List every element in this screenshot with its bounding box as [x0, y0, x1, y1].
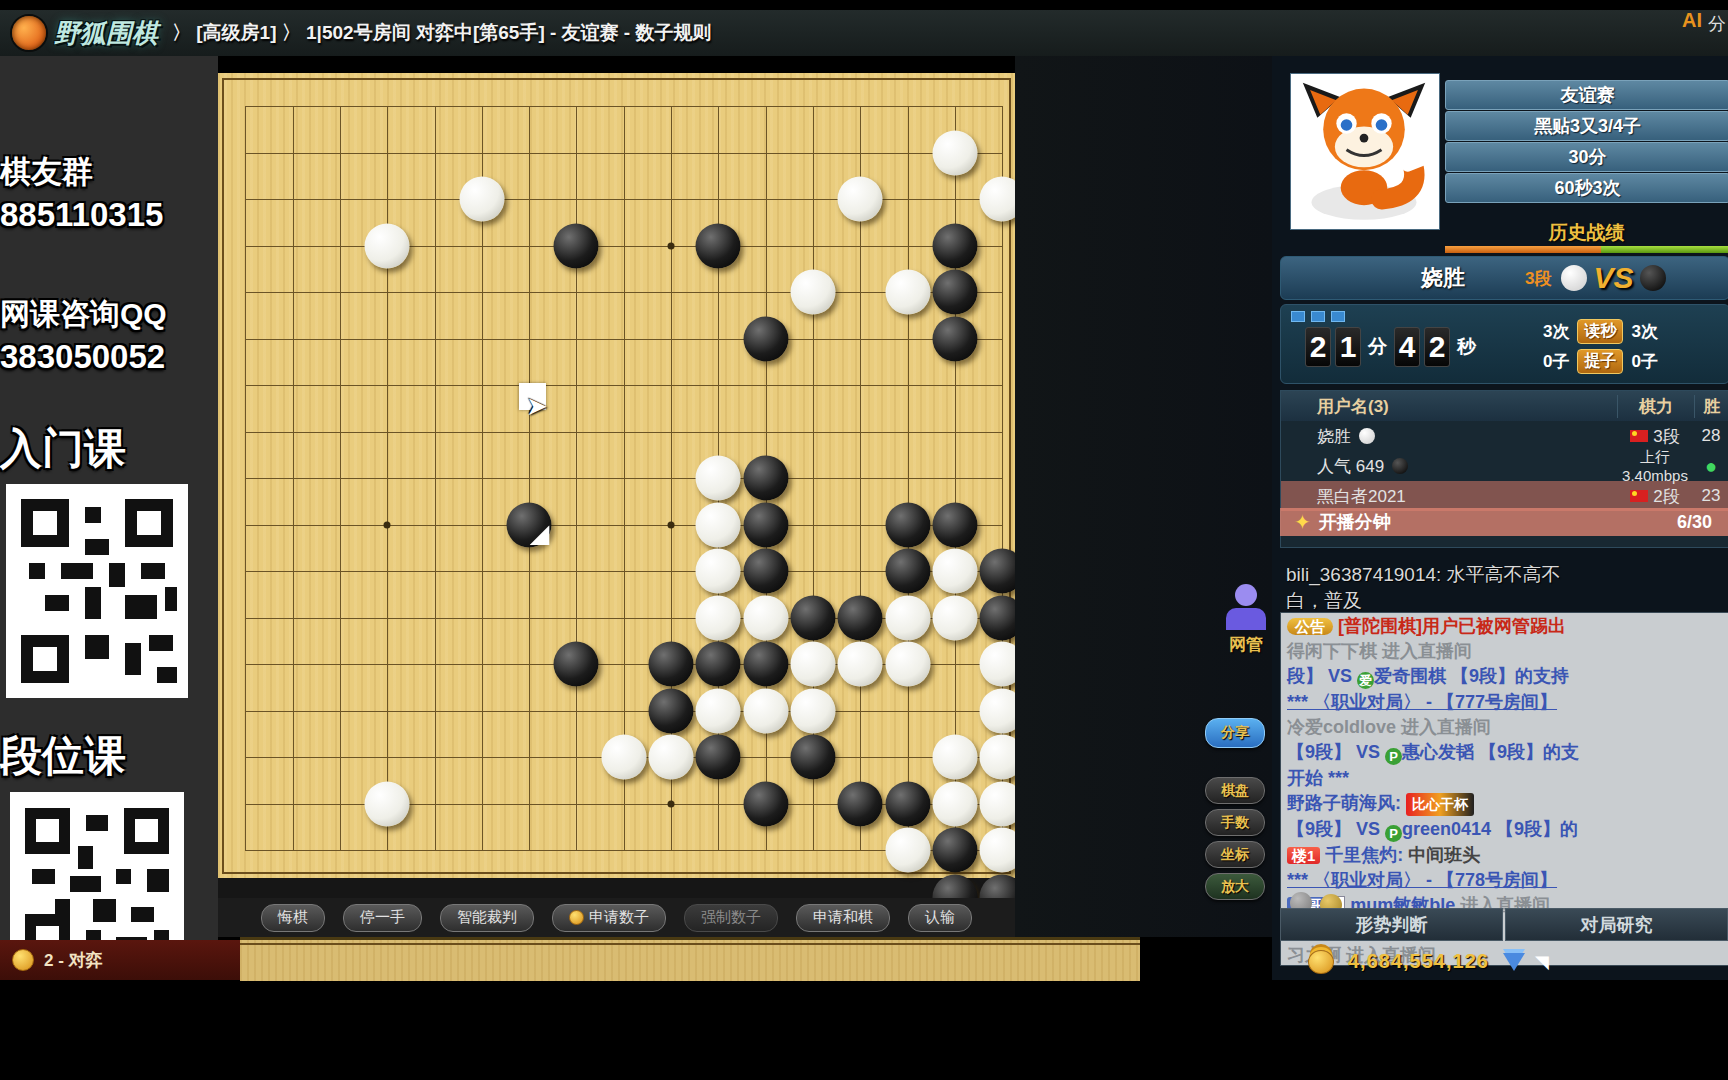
ai-button[interactable]: AI [1682, 9, 1702, 32]
black-stone [885, 549, 930, 594]
coin-balance-row: 4,684,554,126 ◥ [1280, 945, 1728, 978]
main-clock: 21分42秒 [1305, 327, 1479, 367]
match-info-row: 友谊赛 [1445, 80, 1728, 110]
notice-badge: 公告 [1287, 618, 1333, 635]
admin-person-icon [1235, 584, 1257, 606]
gem-icon [1503, 953, 1525, 971]
danmaku-line: 白，普及 [1286, 588, 1726, 614]
star-icon: ✦ [1294, 510, 1311, 534]
chat-line: *** 〈职业对局〉 - 【777号房间】 [1287, 691, 1723, 714]
right-rail: 网管 分享 棋盘手数坐标放大 [1015, 56, 1272, 937]
coin-icon [12, 949, 34, 971]
white-stone [838, 642, 883, 687]
board-bottom-strip [240, 937, 1140, 981]
white-stone-icon [1359, 428, 1375, 444]
green-status-icon: ● [1705, 455, 1717, 477]
black-stone [743, 549, 788, 594]
clipped-glyph: ◥ [1535, 951, 1549, 973]
user-row[interactable]: 黑白者2021 2段 23 [1281, 481, 1728, 511]
flag-icon [1630, 490, 1648, 502]
black-stone [885, 781, 930, 826]
game-button-申请数子[interactable]: 申请数子 [552, 904, 666, 932]
black-stone [743, 642, 788, 687]
board-clip-band [218, 878, 1015, 900]
coin-stack-icon [1308, 950, 1334, 974]
floor-badge: 楼1 [1287, 847, 1320, 864]
last-move-marker [530, 525, 550, 545]
game-button-申请和棋[interactable]: 申请和棋 [796, 904, 890, 932]
clock-tabs-icon [1291, 311, 1345, 322]
black-stone [743, 781, 788, 826]
white-stone [365, 781, 410, 826]
white-stone [649, 735, 694, 780]
bottom-ticker: 2 - 对弈 [0, 940, 240, 980]
avatar-icon: 爱 [1357, 672, 1374, 689]
history-label: 历史战绩 [1445, 220, 1728, 246]
chat-line: 段】 VS 爱爱奇围棋 【9段】的支持 [1287, 665, 1723, 689]
rail-button-放大[interactable]: 放大 [1205, 873, 1265, 900]
white-stone [696, 502, 741, 547]
stream-minutes-banner: ✦ 开播分钟 6/30 [1280, 508, 1728, 536]
white-stone [932, 549, 977, 594]
chat-line: *** 〈职业对局〉 - 【778号房间】 [1287, 869, 1723, 892]
danmaku-chat: bili_36387419014: 水平高不高不白，普及 [1286, 562, 1726, 614]
avatar-icon: P [1385, 825, 1402, 842]
black-stone [885, 502, 930, 547]
star-point [668, 800, 675, 807]
match-info-row: 黑贴3又3/4子 [1445, 111, 1728, 141]
fox-logo-icon [10, 14, 48, 52]
white-stone [885, 270, 930, 315]
game-button-停一手[interactable]: 停一手 [343, 904, 422, 932]
black-stone-icon [1640, 265, 1666, 291]
white-stone-icon [1561, 265, 1587, 291]
captures-row: 0子 提子 0子 [1543, 349, 1728, 374]
black-stone [790, 595, 835, 640]
chat-line: 野路子萌海风: 比心干杯 [1287, 792, 1723, 816]
clock-panel: 21分42秒 3次 读秒 3次 0子 提子 0子 [1280, 304, 1728, 384]
game-button-强制数子[interactable]: 强制数子 [684, 904, 778, 932]
app-logo-text: 野狐围棋 [54, 16, 158, 51]
player-vs-bar: 娆胜 3段 VS [1280, 256, 1728, 300]
rail-button-手数[interactable]: 手数 [1205, 809, 1265, 836]
grid-line-h [245, 153, 1002, 154]
avatar-icon: P [1385, 748, 1402, 765]
stream-minutes-label: 开播分钟 [1319, 510, 1391, 534]
course1-label: 入门课 [0, 421, 218, 477]
white-stone [743, 595, 788, 640]
white-stone [601, 735, 646, 780]
white-stone [932, 130, 977, 175]
coin-icon [569, 910, 584, 925]
chat-line: 【9段】 VS Pgreen0414 【9段】的 [1287, 818, 1723, 842]
qr-code-course1 [6, 484, 188, 698]
grid-line-h [245, 478, 1002, 479]
chat-line: 公告 [普陀围棋]用户已被网管踢出 [1287, 615, 1723, 638]
white-stone [459, 177, 504, 222]
admin-person-icon-body [1226, 608, 1266, 630]
history-bar-green [1601, 246, 1728, 253]
user-row[interactable]: 人气 649 上行 3.40mbps ● [1281, 451, 1728, 481]
black-stone [696, 642, 741, 687]
black-stone [554, 642, 599, 687]
white-stone [743, 688, 788, 733]
screen: 野狐围棋 〉 [高级房1] 〉 1|502号房间 对弈中[第65手] - 友谊赛… [0, 0, 1728, 1080]
white-stone [696, 595, 741, 640]
black-stone [696, 223, 741, 268]
white-stone [696, 688, 741, 733]
game-button-悔棋[interactable]: 悔棋 [261, 904, 325, 932]
app-logo: 野狐围棋 [10, 14, 158, 52]
white-stone [696, 549, 741, 594]
black-stone [932, 316, 977, 361]
player-rank: 3段 [1525, 267, 1551, 290]
tab-对局研究[interactable]: 对局研究 [1505, 908, 1728, 941]
white-stone [696, 456, 741, 501]
board-bottom-edge [240, 943, 1140, 945]
group-number: 885110315 [0, 196, 218, 234]
white-stone [790, 688, 835, 733]
analysis-tabs: 形势判断对局研究 [1280, 908, 1728, 941]
share-button[interactable]: 分享 [1205, 718, 1265, 748]
black-stone [743, 456, 788, 501]
title-bar: 野狐围棋 〉 [高级房1] 〉 1|502号房间 对弈中[第65手] - 友谊赛… [0, 10, 1728, 57]
white-stone [932, 781, 977, 826]
byoyomi-row: 3次 读秒 3次 [1543, 319, 1728, 344]
black-stone [838, 781, 883, 826]
black-stone [696, 735, 741, 780]
captures-badge: 提子 [1577, 349, 1623, 374]
grid-line-h [245, 199, 1002, 200]
chat-line: 楼1 千里焦灼: 中间班头 [1287, 844, 1723, 867]
breadcrumb: 〉 [高级房1] 〉 1|502号房间 对弈中[第65手] - 友谊赛 - 数子… [172, 20, 711, 46]
grid-line-h [245, 385, 1002, 386]
player-name: 娆胜 [1421, 263, 1465, 293]
go-board[interactable] [218, 73, 1015, 900]
grid-line-h [245, 106, 1002, 107]
white-stone [885, 595, 930, 640]
coin-amount: 4,684,554,126 [1348, 950, 1489, 973]
user-list-header: 用户名(3) 棋力 胜 [1281, 391, 1728, 421]
flag-icon [1630, 430, 1648, 442]
black-stone [838, 595, 883, 640]
white-stone [885, 828, 930, 873]
ticker-text: 2 - 对弈 [44, 949, 103, 972]
grid-line-h [245, 339, 1002, 340]
rail-button-棋盘[interactable]: 棋盘 [1205, 777, 1265, 804]
chat-line: 【9段】 VS P惠心发韬 【9段】的支 [1287, 741, 1723, 765]
course2-label: 段位课 [0, 728, 218, 784]
history-winrate-bar [1445, 246, 1728, 253]
match-info-row: 30分 [1445, 142, 1728, 172]
black-stone [932, 223, 977, 268]
rail-button-坐标[interactable]: 坐标 [1205, 841, 1265, 868]
qq-number: 383050052 [0, 338, 218, 376]
white-stone [838, 177, 883, 222]
grid-line-h [245, 711, 1002, 712]
black-stone-icon [1392, 458, 1408, 474]
white-stone [885, 642, 930, 687]
star-point [668, 521, 675, 528]
black-stone [507, 502, 552, 547]
player-avatar [1290, 73, 1440, 230]
group-label: 棋友群 [0, 151, 218, 193]
white-stone [365, 223, 410, 268]
black-stone [932, 828, 977, 873]
sticker-image: 比心干杯 [1406, 793, 1474, 816]
star-point [384, 521, 391, 528]
star-point [668, 242, 675, 249]
game-button-认输[interactable]: 认输 [908, 904, 972, 932]
sidebar: 友谊赛黑贴3又3/4子30分60秒3次 历史战绩 娆胜 3段 VS 21分42秒… [1272, 56, 1728, 980]
tab-形势判断[interactable]: 形势判断 [1280, 908, 1503, 941]
vs-label: VS [1593, 261, 1633, 295]
grid-line-h [245, 246, 1002, 247]
user-row[interactable]: 娆胜 3段 28 [1281, 421, 1728, 451]
black-stone [649, 642, 694, 687]
left-overlay-panel: 棋友群 885110315 网课咨询QQ 383050052 入门课 [0, 56, 218, 980]
chat-line: 冷爱coldlove 进入直播间 [1287, 716, 1723, 739]
chat-line: 开始 *** [1287, 767, 1723, 790]
black-stone [743, 316, 788, 361]
ai-extra-clipped: 分 [1708, 12, 1726, 36]
black-stone [743, 502, 788, 547]
white-stone [790, 642, 835, 687]
chat-line: 得闲下下棋 进入直播间 [1287, 640, 1723, 663]
grid-line-h [245, 432, 1002, 433]
black-stone [932, 270, 977, 315]
admin-button[interactable]: 网管 [1211, 584, 1281, 656]
byoyomi-badge: 读秒 [1577, 319, 1623, 344]
black-stone [932, 502, 977, 547]
white-stone [932, 735, 977, 780]
black-stone [790, 735, 835, 780]
black-stone [649, 688, 694, 733]
history-bar-orange [1445, 246, 1601, 253]
black-stone [554, 223, 599, 268]
qq-label: 网课咨询QQ [0, 294, 218, 335]
match-info-row: 60秒3次 [1445, 173, 1728, 203]
white-stone [790, 270, 835, 315]
danmaku-line: bili_36387419014: 水平高不高不 [1286, 562, 1726, 588]
white-stone [932, 595, 977, 640]
game-button-智能裁判[interactable]: 智能裁判 [440, 904, 534, 932]
mouse-cursor-icon: ➤ [526, 391, 548, 422]
game-button-bar: 悔棋停一手智能裁判申请数子强制数子申请和棋认输 [218, 898, 1015, 937]
admin-label: 网管 [1211, 633, 1281, 656]
